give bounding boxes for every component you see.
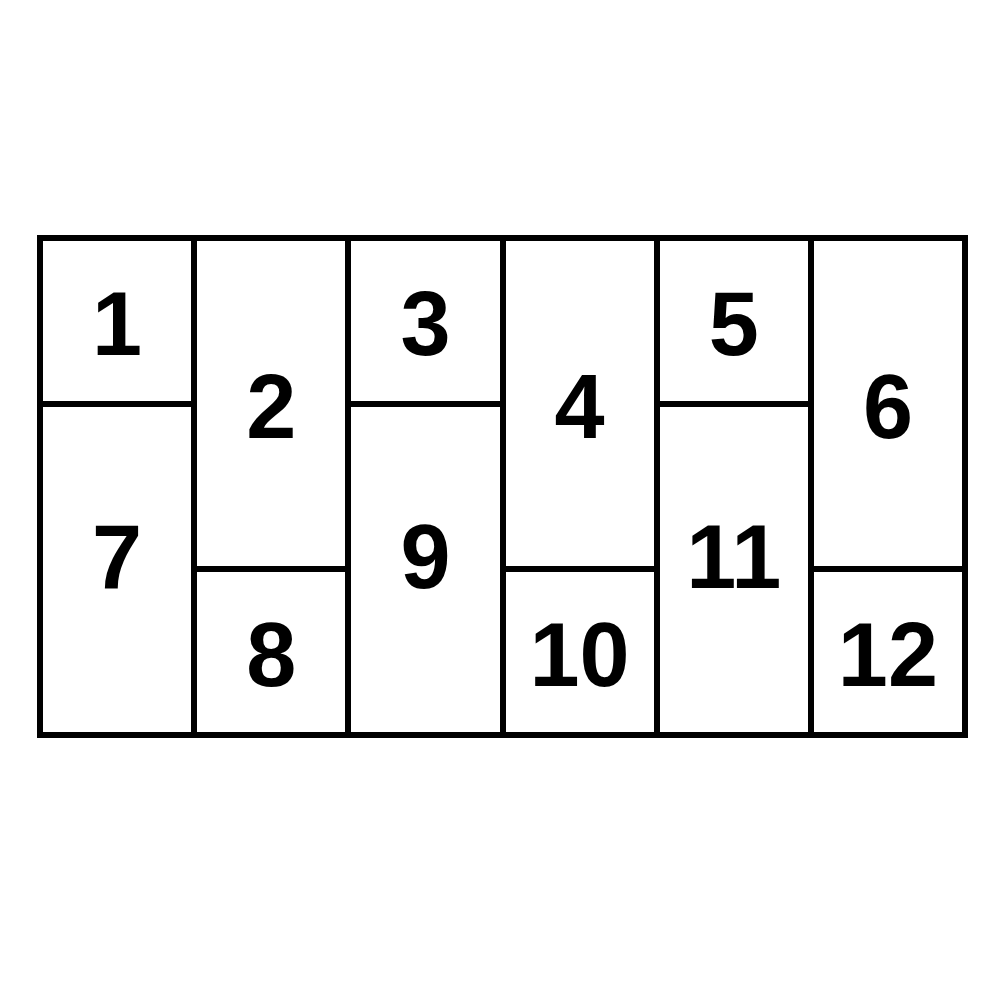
region-cell-2[interactable]: 2 (194, 238, 348, 569)
region-cell-1[interactable]: 1 (40, 238, 194, 404)
region-cell-9[interactable]: 9 (348, 404, 502, 735)
region-label-2: 2 (246, 362, 296, 452)
region-cell-6[interactable]: 6 (811, 238, 965, 569)
region-cell-8[interactable]: 8 (194, 569, 348, 735)
region-label-7: 7 (92, 512, 142, 602)
region-cell-11[interactable]: 11 (657, 404, 811, 735)
region-cell-10[interactable]: 10 (503, 569, 657, 735)
region-label-5: 5 (709, 279, 759, 369)
region-label-8: 8 (246, 610, 296, 700)
region-cell-12[interactable]: 12 (811, 569, 965, 735)
region-cell-5[interactable]: 5 (657, 238, 811, 404)
region-cell-7[interactable]: 7 (40, 404, 194, 735)
diagram-canvas: 1 2 3 4 5 6 7 8 9 10 11 12 (0, 0, 1000, 1000)
region-cell-3[interactable]: 3 (348, 238, 502, 404)
region-label-6: 6 (863, 362, 913, 452)
puzzle-board: 1 2 3 4 5 6 7 8 9 10 11 12 (37, 235, 968, 738)
region-label-10: 10 (530, 610, 630, 700)
region-cell-4[interactable]: 4 (503, 238, 657, 569)
region-label-4: 4 (555, 362, 605, 452)
region-label-1: 1 (92, 279, 142, 369)
region-label-3: 3 (400, 279, 450, 369)
region-label-11: 11 (686, 512, 781, 602)
region-label-12: 12 (838, 610, 938, 700)
region-label-9: 9 (400, 512, 450, 602)
